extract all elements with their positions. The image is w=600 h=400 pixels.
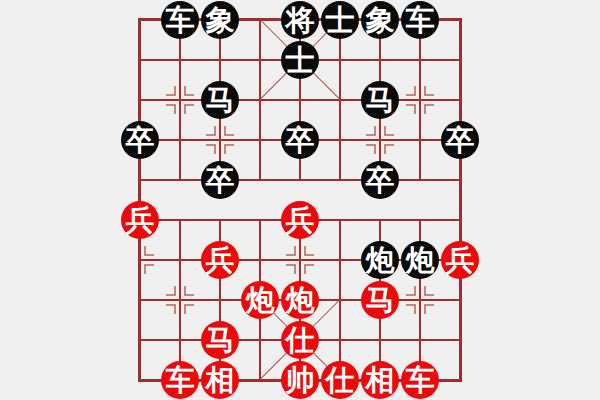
piece-black-cannon[interactable]: 炮: [401, 241, 439, 279]
point-marker: [286, 264, 296, 274]
point-marker: [166, 86, 176, 96]
piece-red-cannon[interactable]: 炮: [241, 281, 279, 319]
grid-line-vertical: [419, 20, 421, 180]
point-marker: [224, 126, 234, 136]
point-marker: [206, 144, 216, 154]
point-marker: [406, 104, 416, 114]
point-marker: [206, 126, 216, 136]
point-marker: [144, 246, 154, 256]
piece-black-soldier[interactable]: 卒: [121, 121, 159, 159]
piece-black-soldier[interactable]: 卒: [201, 161, 239, 199]
point-marker: [166, 104, 176, 114]
piece-red-soldier[interactable]: 兵: [201, 241, 239, 279]
piece-black-advisor[interactable]: 士: [321, 1, 359, 39]
point-marker: [366, 126, 376, 136]
piece-black-advisor[interactable]: 士: [281, 41, 319, 79]
point-marker: [184, 286, 194, 296]
piece-red-cannon[interactable]: 炮: [281, 281, 319, 319]
piece-black-cannon[interactable]: 炮: [361, 241, 399, 279]
point-marker: [304, 264, 314, 274]
piece-red-king[interactable]: 帅: [281, 361, 319, 399]
point-marker: [184, 304, 194, 314]
point-marker: [406, 86, 416, 96]
piece-black-chariot[interactable]: 车: [161, 1, 199, 39]
piece-black-king[interactable]: 将: [281, 1, 319, 39]
piece-black-chariot[interactable]: 车: [401, 1, 439, 39]
xiangqi-screenshot: 车象将士象车士马马卒卒卒卒卒炮炮兵兵兵兵炮炮马马仕车相帅仕相车: [0, 0, 600, 400]
piece-red-horse[interactable]: 马: [361, 281, 399, 319]
point-marker: [406, 304, 416, 314]
point-marker: [286, 246, 296, 256]
point-marker: [166, 286, 176, 296]
piece-red-advisor[interactable]: 仕: [281, 321, 319, 359]
grid-line-vertical: [179, 220, 181, 380]
piece-black-horse[interactable]: 马: [361, 81, 399, 119]
piece-black-soldier[interactable]: 卒: [361, 161, 399, 199]
piece-black-soldier[interactable]: 卒: [281, 121, 319, 159]
piece-red-soldier[interactable]: 兵: [281, 201, 319, 239]
point-marker: [424, 86, 434, 96]
point-marker: [166, 304, 176, 314]
piece-black-elephant[interactable]: 象: [361, 1, 399, 39]
piece-red-chariot[interactable]: 车: [161, 361, 199, 399]
point-marker: [366, 144, 376, 154]
point-marker: [424, 104, 434, 114]
point-marker: [304, 246, 314, 256]
point-marker: [406, 286, 416, 296]
point-marker: [424, 304, 434, 314]
piece-black-elephant[interactable]: 象: [201, 1, 239, 39]
piece-red-elephant[interactable]: 相: [361, 361, 399, 399]
piece-red-advisor[interactable]: 仕: [321, 361, 359, 399]
piece-red-elephant[interactable]: 相: [201, 361, 239, 399]
piece-red-horse[interactable]: 马: [201, 321, 239, 359]
point-marker: [144, 264, 154, 274]
piece-black-soldier[interactable]: 卒: [441, 121, 479, 159]
piece-black-horse[interactable]: 马: [201, 81, 239, 119]
piece-red-chariot[interactable]: 车: [401, 361, 439, 399]
point-marker: [224, 144, 234, 154]
point-marker: [184, 86, 194, 96]
piece-red-soldier[interactable]: 兵: [441, 241, 479, 279]
point-marker: [384, 126, 394, 136]
point-marker: [384, 144, 394, 154]
piece-red-soldier[interactable]: 兵: [121, 201, 159, 239]
point-marker: [424, 286, 434, 296]
grid-line-vertical: [179, 20, 181, 180]
point-marker: [184, 104, 194, 114]
